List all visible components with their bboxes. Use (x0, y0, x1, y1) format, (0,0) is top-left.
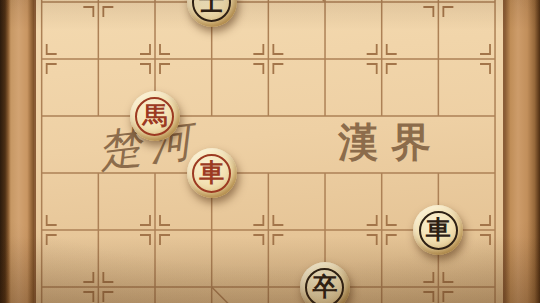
piece-glyph-red-chariot: 車 (199, 160, 224, 185)
piece-ring: 馬 (135, 97, 174, 136)
piece-ring: 車 (192, 154, 231, 193)
piece-black-soldier[interactable]: 卒 (300, 262, 350, 303)
piece-ring: 車 (419, 211, 458, 250)
piece-glyph-black-soldier: 卒 (312, 274, 337, 299)
piece-ring: 卒 (305, 268, 344, 303)
piece-red-chariot[interactable]: 車 (187, 148, 237, 198)
piece-glyph-black-chariot: 車 (426, 217, 451, 242)
piece-glyph-red-horse: 馬 (142, 103, 167, 128)
piece-black-chariot[interactable]: 車 (413, 205, 463, 255)
piece-glyph-black-advisor: 士 (199, 0, 224, 14)
piece-ring: 士 (192, 0, 231, 22)
piece-red-horse[interactable]: 馬 (130, 91, 180, 141)
board-grid (0, 0, 540, 303)
xiangqi-screen: 楚河 漢界 士馬車車卒 (0, 0, 540, 303)
